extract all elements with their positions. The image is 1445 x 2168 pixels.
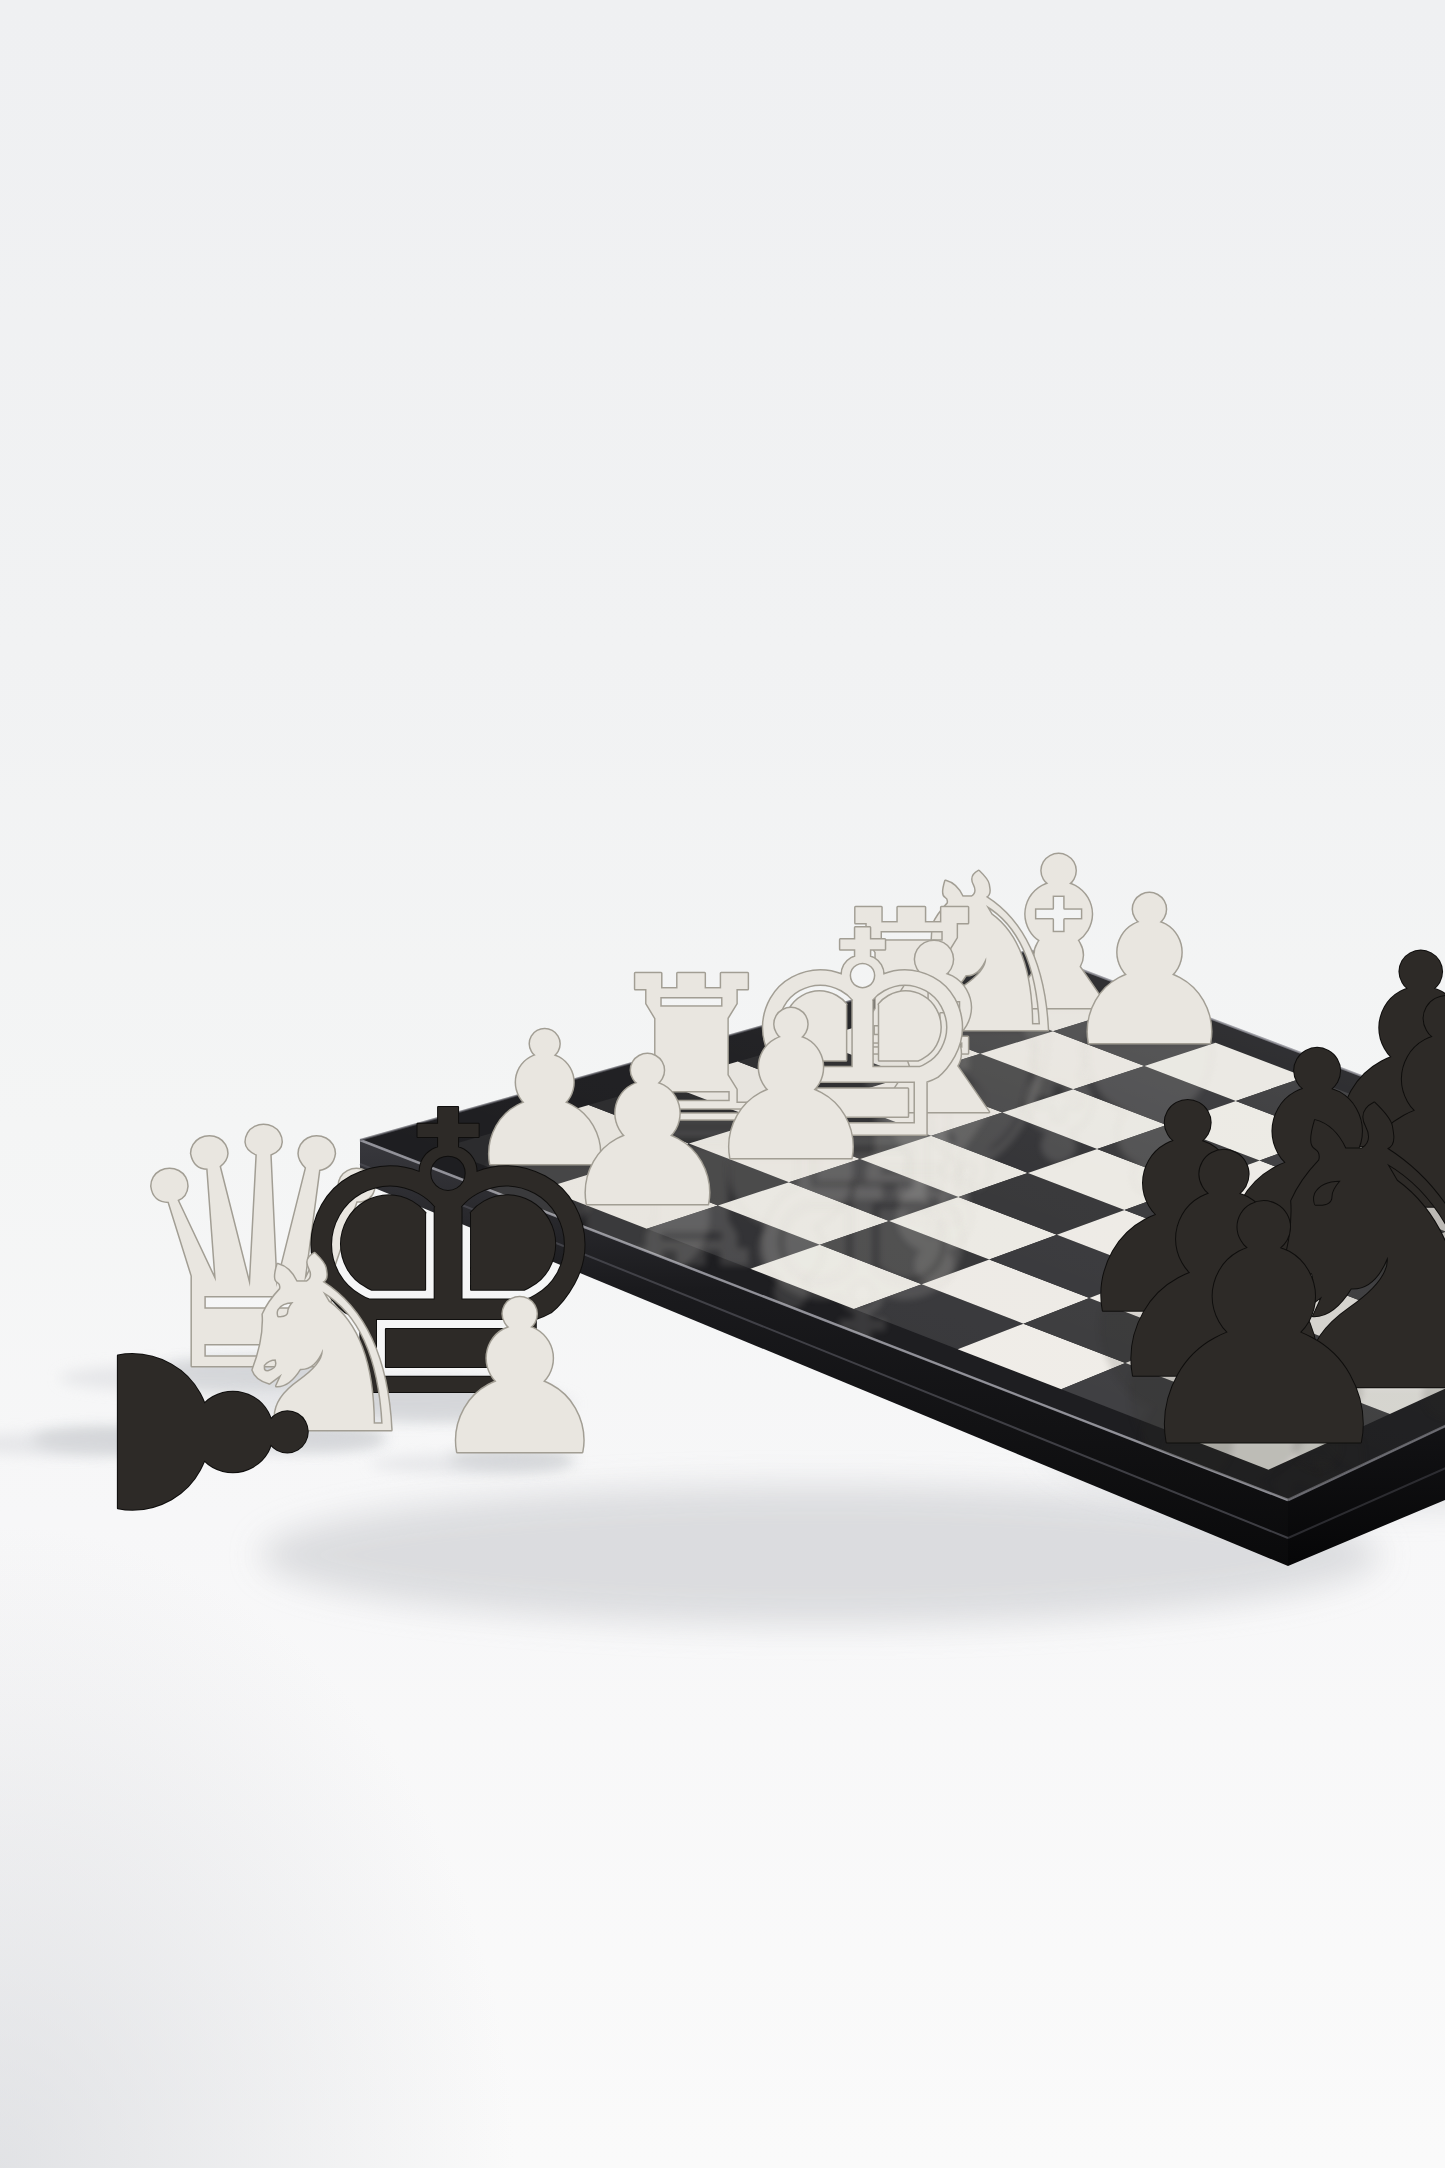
off-board-white-pawn: ♟ [425, 1255, 615, 1502]
black-pawn-a8: ♟ [1116, 1135, 1412, 1520]
photo-stage: ♝♞♟♜♝♜♚♟♟♟♟♟♟♟♟♞♟♝♞♟♜♝♜♚♟♟♟♟♟♟♟♛♟♞♚♞♟♟♟ [0, 0, 1445, 2168]
off-board-black-pawn-fallen: ♟ [57, 1315, 359, 1548]
chess-scene: ♝♞♟♜♝♜♚♟♟♟♟♟♟♟♟♞♟♝♞♟♜♝♜♚♟♟♟♟♟♟♟♛♟♞♚♞♟♟♟ [0, 0, 1445, 2168]
